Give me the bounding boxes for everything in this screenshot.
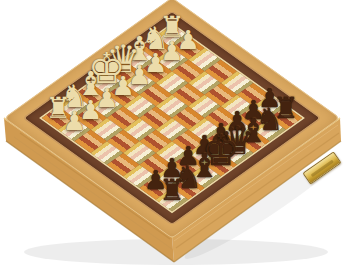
board-square[interactable]: ♜ [156,188,189,211]
chess-set-product-photo: ♜♟♟♜♞♟♟♞♝♟♟♝♛♟♟♛♚♟♟♚♝♟♟♝♞♟♟♞♜♟♟♜ [0,0,350,267]
